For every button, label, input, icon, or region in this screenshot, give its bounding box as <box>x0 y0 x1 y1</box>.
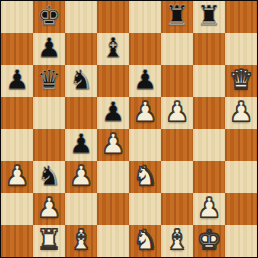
square-g2[interactable]: ♟ <box>193 193 225 225</box>
square-a8[interactable] <box>1 1 33 33</box>
square-b3[interactable]: ♞ <box>33 161 65 193</box>
square-c4[interactable]: ♟ <box>65 129 97 161</box>
white-pawn[interactable]: ♟ <box>37 193 61 224</box>
square-e5[interactable]: ♟ <box>129 97 161 129</box>
square-b8[interactable]: ♚ <box>33 1 65 33</box>
square-h4[interactable] <box>225 129 257 161</box>
square-h7[interactable] <box>225 33 257 65</box>
square-f8[interactable]: ♜ <box>161 1 193 33</box>
square-d7[interactable]: ♝ <box>97 33 129 65</box>
square-e2[interactable] <box>129 193 161 225</box>
white-knight[interactable]: ♞ <box>133 161 157 192</box>
square-f2[interactable] <box>161 193 193 225</box>
square-h3[interactable] <box>225 161 257 193</box>
chess-board: ♚♜♜♟♝♟♛♞♟♛♟♟♟♟♟♟♟♞♟♞♟♟♜♝♞♝♚ <box>1 1 257 257</box>
square-h8[interactable] <box>225 1 257 33</box>
square-c1[interactable]: ♝ <box>65 225 97 257</box>
black-pawn[interactable]: ♟ <box>133 65 157 96</box>
square-f1[interactable]: ♝ <box>161 225 193 257</box>
square-g8[interactable]: ♜ <box>193 1 225 33</box>
square-c6[interactable]: ♞ <box>65 65 97 97</box>
square-c2[interactable] <box>65 193 97 225</box>
square-e6[interactable]: ♟ <box>129 65 161 97</box>
white-king[interactable]: ♚ <box>197 225 221 256</box>
white-pawn[interactable]: ♟ <box>69 161 93 192</box>
square-d6[interactable] <box>97 65 129 97</box>
black-pawn[interactable]: ♟ <box>5 65 29 96</box>
square-f7[interactable] <box>161 33 193 65</box>
square-c8[interactable] <box>65 1 97 33</box>
square-e7[interactable] <box>129 33 161 65</box>
square-b7[interactable]: ♟ <box>33 33 65 65</box>
black-pawn[interactable]: ♟ <box>37 33 61 64</box>
square-a7[interactable] <box>1 33 33 65</box>
square-g3[interactable] <box>193 161 225 193</box>
square-e1[interactable]: ♞ <box>129 225 161 257</box>
square-b1[interactable]: ♜ <box>33 225 65 257</box>
square-d3[interactable] <box>97 161 129 193</box>
white-queen[interactable]: ♛ <box>229 65 253 96</box>
white-pawn[interactable]: ♟ <box>229 97 253 128</box>
square-c3[interactable]: ♟ <box>65 161 97 193</box>
square-c5[interactable] <box>65 97 97 129</box>
square-g4[interactable] <box>193 129 225 161</box>
square-f4[interactable] <box>161 129 193 161</box>
white-bishop[interactable]: ♝ <box>69 225 93 256</box>
board-frame: ♚♜♜♟♝♟♛♞♟♛♟♟♟♟♟♟♟♞♟♞♟♟♜♝♞♝♚ <box>0 0 258 258</box>
square-f3[interactable] <box>161 161 193 193</box>
square-h1[interactable] <box>225 225 257 257</box>
square-h5[interactable]: ♟ <box>225 97 257 129</box>
white-pawn[interactable]: ♟ <box>101 129 125 160</box>
square-d5[interactable]: ♟ <box>97 97 129 129</box>
square-a5[interactable] <box>1 97 33 129</box>
square-f5[interactable]: ♟ <box>161 97 193 129</box>
square-b5[interactable] <box>33 97 65 129</box>
white-pawn[interactable]: ♟ <box>133 97 157 128</box>
black-pawn[interactable]: ♟ <box>101 97 125 128</box>
white-pawn[interactable]: ♟ <box>165 97 189 128</box>
square-f6[interactable] <box>161 65 193 97</box>
black-king[interactable]: ♚ <box>37 1 61 32</box>
square-g6[interactable] <box>193 65 225 97</box>
black-pawn[interactable]: ♟ <box>69 129 93 160</box>
square-b2[interactable]: ♟ <box>33 193 65 225</box>
square-e3[interactable]: ♞ <box>129 161 161 193</box>
white-bishop[interactable]: ♝ <box>165 225 189 256</box>
square-d1[interactable] <box>97 225 129 257</box>
square-a1[interactable] <box>1 225 33 257</box>
black-rook[interactable]: ♜ <box>197 1 221 32</box>
black-knight[interactable]: ♞ <box>69 65 93 96</box>
white-pawn[interactable]: ♟ <box>197 193 221 224</box>
square-h6[interactable]: ♛ <box>225 65 257 97</box>
square-g5[interactable] <box>193 97 225 129</box>
square-g1[interactable]: ♚ <box>193 225 225 257</box>
square-a6[interactable]: ♟ <box>1 65 33 97</box>
square-a4[interactable] <box>1 129 33 161</box>
square-b6[interactable]: ♛ <box>33 65 65 97</box>
black-knight[interactable]: ♞ <box>37 161 61 192</box>
black-bishop[interactable]: ♝ <box>101 33 125 64</box>
square-a2[interactable] <box>1 193 33 225</box>
black-rook[interactable]: ♜ <box>165 1 189 32</box>
square-b4[interactable] <box>33 129 65 161</box>
square-a3[interactable]: ♟ <box>1 161 33 193</box>
square-d8[interactable] <box>97 1 129 33</box>
square-g7[interactable] <box>193 33 225 65</box>
black-queen[interactable]: ♛ <box>37 65 61 96</box>
square-e8[interactable] <box>129 1 161 33</box>
white-pawn[interactable]: ♟ <box>5 161 29 192</box>
square-d2[interactable] <box>97 193 129 225</box>
white-rook[interactable]: ♜ <box>37 225 61 256</box>
square-e4[interactable] <box>129 129 161 161</box>
square-c7[interactable] <box>65 33 97 65</box>
square-h2[interactable] <box>225 193 257 225</box>
square-d4[interactable]: ♟ <box>97 129 129 161</box>
white-knight[interactable]: ♞ <box>133 225 157 256</box>
